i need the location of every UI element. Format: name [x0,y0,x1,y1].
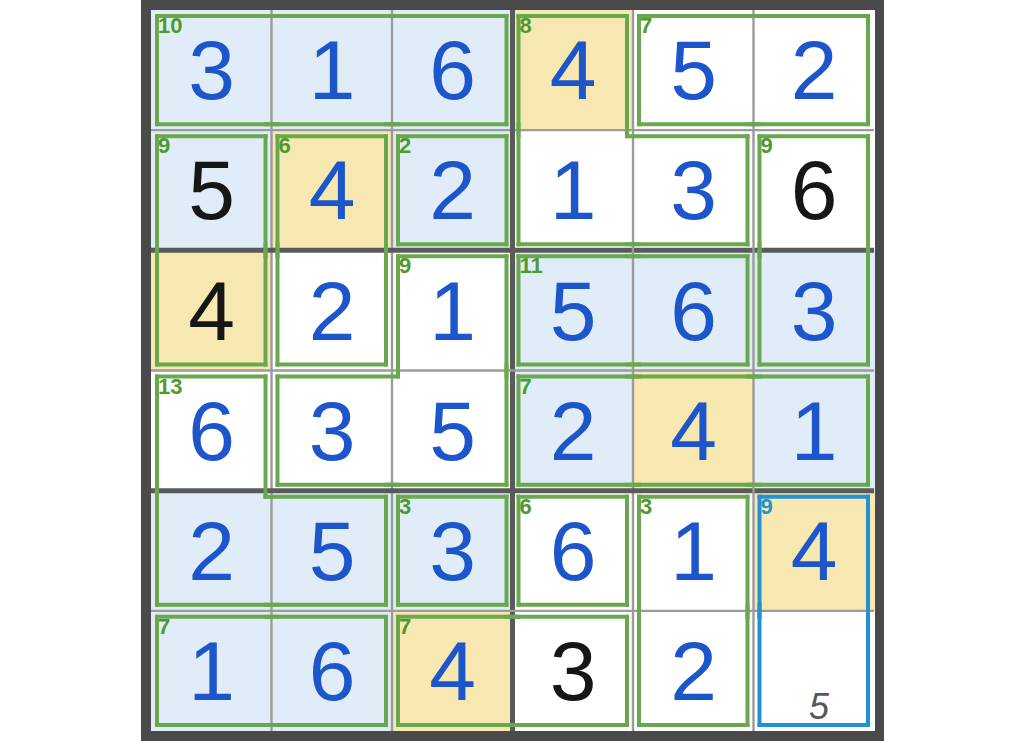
cell-r5c1[interactable]: 2 [151,491,272,612]
cell-value: 5 [550,269,597,353]
cell-r3c6[interactable]: 3 [754,250,875,371]
cage-sum-label: 9 [761,496,773,518]
cage-sum-label: 9 [399,255,411,277]
cell-value: 4 [550,28,597,112]
cell-value: 2 [791,28,838,112]
cage-sum-label: 3 [399,496,411,518]
cell-r4c3[interactable]: 5 [392,371,513,492]
cell-value: 2 [670,629,717,713]
cell-value: 3 [791,269,838,353]
cell-value: 4 [429,629,476,713]
cell-value: 2 [429,148,476,232]
cell-value: 2 [188,509,235,593]
cell-r1c3[interactable]: 6 [392,10,513,131]
cell-r1c2[interactable]: 1 [272,10,393,131]
cell-value: 2 [309,269,356,353]
cell-r2c5[interactable]: 3 [633,130,754,251]
cell-value: 6 [309,629,356,713]
cell-r6c5[interactable]: 2 [633,611,754,732]
cell-value: 6 [550,509,597,593]
cell-r4c6[interactable]: 1 [754,371,875,492]
cell-value: 1 [429,269,476,353]
cell-value: 5 [429,389,476,473]
cage-sum-label: 7 [640,15,652,37]
cell-value: 6 [429,28,476,112]
cell-value: 6 [188,389,235,473]
cell-value: 1 [309,28,356,112]
cage-sum-label: 13 [158,376,182,398]
cell-value: 3 [188,28,235,112]
cell-value: 2 [550,389,597,473]
cell-value: 4 [791,509,838,593]
cell-value: 5 [188,148,235,232]
cell-value: 6 [791,148,838,232]
cage-sum-label: 6 [520,496,532,518]
cage-sum-label: 9 [761,135,773,157]
cage-sum-label: 7 [158,616,170,638]
cell-value: 3 [670,148,717,232]
cell-value: 3 [429,509,476,593]
cell-r3c2[interactable]: 2 [272,250,393,371]
killer-sudoku-board: 3164525421364215636352412536141643251087… [141,0,884,741]
cage-sum-label: 8 [520,15,532,37]
cell-r4c5[interactable]: 4 [633,371,754,492]
cell-r6c6[interactable]: 5 [754,611,875,732]
cell-value: 1 [550,148,597,232]
cell-r1c6[interactable]: 2 [754,10,875,131]
cage-sum-label: 11 [520,255,543,277]
cell-r3c5[interactable]: 6 [633,250,754,371]
cage-sum-label: 2 [399,135,411,157]
app-background: 3164525421364215636352412536141643251087… [0,0,1024,741]
cell-value: 1 [791,389,838,473]
cell-value: 6 [670,269,717,353]
cage-sum-label: 10 [158,15,182,37]
cage-sum-label: 7 [399,616,411,638]
cell-value: 4 [309,148,356,232]
cell-value: 5 [670,28,717,112]
cell-value: 4 [188,269,235,353]
cell-r6c4[interactable]: 3 [513,611,634,732]
cell-value: 1 [670,509,717,593]
board-grid: 3164525421364215636352412536141643251087… [151,10,874,731]
cell-value: 3 [550,629,597,713]
cell-r4c2[interactable]: 3 [272,371,393,492]
cell-r3c1[interactable]: 4 [151,250,272,371]
cell-r2c4[interactable]: 1 [513,130,634,251]
pencil-mark: 5 [759,689,880,725]
cell-value: 3 [309,389,356,473]
cell-value: 1 [188,629,235,713]
cell-r5c2[interactable]: 5 [272,491,393,612]
cell-value: 5 [309,509,356,593]
cell-value: 4 [670,389,717,473]
cage-sum-label: 7 [520,376,532,398]
cell-r6c2[interactable]: 6 [272,611,393,732]
cage-sum-label: 9 [158,135,170,157]
cage-sum-label: 6 [279,135,291,157]
cage-sum-label: 3 [640,496,652,518]
